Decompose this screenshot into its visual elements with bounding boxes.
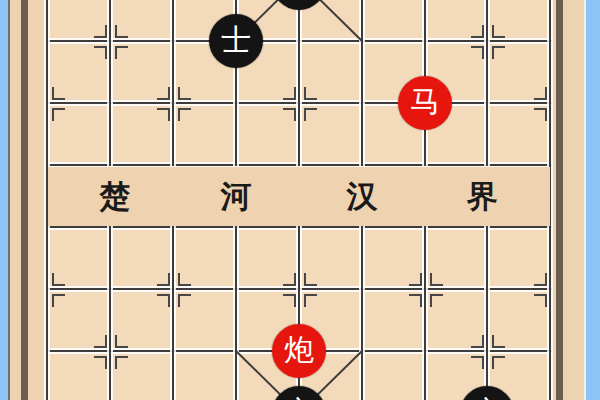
black-advisor-glyph: 士 — [221, 25, 251, 55]
piece-red-horse[interactable]: 马 — [398, 76, 452, 130]
point-marker — [94, 335, 107, 348]
red-horse-glyph: 马 — [410, 87, 440, 117]
point-marker — [492, 46, 505, 59]
point-marker — [492, 335, 505, 348]
point-marker — [430, 273, 443, 286]
point-marker — [52, 294, 65, 307]
point-marker — [471, 25, 484, 38]
point-marker — [304, 273, 317, 286]
river-label: 汉 — [340, 174, 384, 218]
point-marker — [283, 273, 296, 286]
river-label: 河 — [214, 174, 258, 218]
point-marker — [534, 87, 547, 100]
point-marker — [471, 335, 484, 348]
point-marker — [115, 335, 128, 348]
point-marker — [471, 46, 484, 59]
point-marker — [94, 46, 107, 59]
point-marker — [283, 108, 296, 121]
xiangqi-board[interactable]: 楚河汉界 将士马炮卒卒 — [0, 0, 600, 400]
point-marker — [534, 273, 547, 286]
piece-red-cannon[interactable]: 炮 — [272, 324, 326, 378]
point-marker — [304, 108, 317, 121]
point-marker — [283, 87, 296, 100]
red-cannon-glyph: 炮 — [284, 335, 314, 365]
point-marker — [178, 108, 191, 121]
point-marker — [430, 294, 443, 307]
point-marker — [492, 25, 505, 38]
point-marker — [178, 273, 191, 286]
point-marker — [157, 87, 170, 100]
point-marker — [409, 273, 422, 286]
point-marker — [304, 87, 317, 100]
point-marker — [178, 87, 191, 100]
point-marker — [157, 294, 170, 307]
point-marker — [52, 273, 65, 286]
point-marker — [409, 294, 422, 307]
point-marker — [94, 25, 107, 38]
point-marker — [534, 108, 547, 121]
point-marker — [157, 273, 170, 286]
river-label: 界 — [460, 174, 504, 218]
point-marker — [178, 294, 191, 307]
point-marker — [492, 356, 505, 369]
point-marker — [115, 25, 128, 38]
point-marker — [52, 87, 65, 100]
river-label: 楚 — [93, 174, 137, 218]
point-marker — [304, 294, 317, 307]
point-marker — [94, 356, 107, 369]
point-marker — [115, 356, 128, 369]
point-marker — [52, 108, 65, 121]
point-marker — [283, 294, 296, 307]
point-marker — [157, 108, 170, 121]
piece-black-advisor[interactable]: 士 — [209, 14, 263, 68]
point-marker — [115, 46, 128, 59]
point-marker — [534, 294, 547, 307]
point-marker — [471, 356, 484, 369]
